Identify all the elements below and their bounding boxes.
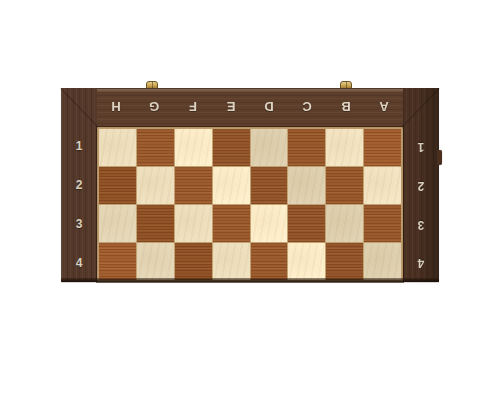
square-g2 bbox=[137, 167, 174, 204]
file-label-d: D bbox=[250, 88, 288, 126]
rank-label-left-1: 1 bbox=[61, 127, 97, 166]
square-d1 bbox=[251, 129, 288, 166]
square-c4 bbox=[288, 243, 325, 280]
rank-label-right-1: 1 bbox=[403, 127, 439, 166]
file-label-e: E bbox=[212, 88, 250, 126]
chess-board: HGFEDCBA 1234 1234 bbox=[61, 88, 439, 282]
square-b2 bbox=[326, 167, 363, 204]
square-c3 bbox=[288, 205, 325, 242]
square-h3 bbox=[99, 205, 136, 242]
square-h4 bbox=[99, 243, 136, 280]
square-b3 bbox=[326, 205, 363, 242]
square-g3 bbox=[137, 205, 174, 242]
rank-label-right-2: 2 bbox=[403, 166, 439, 205]
square-d4 bbox=[251, 243, 288, 280]
square-f4 bbox=[175, 243, 212, 280]
file-labels: HGFEDCBA bbox=[97, 88, 403, 126]
square-a3 bbox=[364, 205, 401, 242]
square-e4 bbox=[213, 243, 250, 280]
square-d3 bbox=[251, 205, 288, 242]
rank-labels-right: 1234 bbox=[403, 127, 439, 282]
square-c2 bbox=[288, 167, 325, 204]
file-label-h: H bbox=[97, 88, 135, 126]
square-a1 bbox=[364, 129, 401, 166]
file-label-f: F bbox=[174, 88, 212, 126]
square-f2 bbox=[175, 167, 212, 204]
chessboard-product-photo: HGFEDCBA 1234 1234 bbox=[0, 0, 500, 400]
squares-grid bbox=[99, 129, 401, 280]
file-label-b: B bbox=[327, 88, 365, 126]
square-g4 bbox=[137, 243, 174, 280]
square-b4 bbox=[326, 243, 363, 280]
square-f1 bbox=[175, 129, 212, 166]
square-e1 bbox=[213, 129, 250, 166]
file-label-c: C bbox=[288, 88, 326, 126]
square-e3 bbox=[213, 205, 250, 242]
square-h2 bbox=[99, 167, 136, 204]
square-b1 bbox=[326, 129, 363, 166]
file-label-a: A bbox=[365, 88, 403, 126]
square-a2 bbox=[364, 167, 401, 204]
rank-label-right-4: 4 bbox=[403, 243, 439, 282]
square-g1 bbox=[137, 129, 174, 166]
rank-label-left-3: 3 bbox=[61, 205, 97, 244]
playing-field bbox=[97, 127, 403, 282]
fold-line-edge bbox=[61, 278, 439, 282]
square-f3 bbox=[175, 205, 212, 242]
file-label-g: G bbox=[135, 88, 173, 126]
rank-labels-left: 1234 bbox=[61, 127, 97, 282]
rank-label-right-3: 3 bbox=[403, 205, 439, 244]
square-c1 bbox=[288, 129, 325, 166]
rank-label-left-2: 2 bbox=[61, 166, 97, 205]
square-a4 bbox=[364, 243, 401, 280]
square-e2 bbox=[213, 167, 250, 204]
square-h1 bbox=[99, 129, 136, 166]
square-d2 bbox=[251, 167, 288, 204]
rank-label-left-4: 4 bbox=[61, 243, 97, 282]
